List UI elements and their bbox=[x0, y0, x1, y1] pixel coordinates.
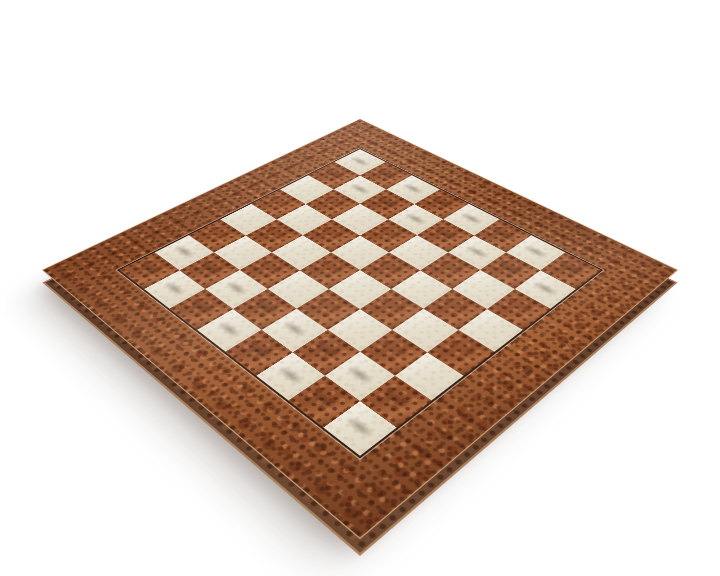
product-photo: ♜♞♝♛♚♝♞♜♟♟♟♟♟♟♟♟♟♟♟♟♟♟♟♟♜♞♝♛♚♝♞♜ bbox=[0, 0, 720, 576]
board-squares: ♜♞♝♛♚♝♞♜♟♟♟♟♟♟♟♟♟♟♟♟♟♟♟♟♜♞♝♛♚♝♞♜ bbox=[117, 148, 603, 458]
piece-glyph: ♟ bbox=[527, 226, 565, 291]
piece-glyph: ♟ bbox=[428, 177, 463, 237]
piece-glyph: ♟ bbox=[459, 192, 495, 253]
square-h1: ♜ bbox=[323, 401, 397, 456]
board-surface: ♜♞♝♛♚♝♞♜♟♟♟♟♟♟♟♟♟♟♟♟♟♟♟♟♜♞♝♛♚♝♞♜ bbox=[42, 119, 678, 539]
chess-board: ♜♞♝♛♚♝♞♜♟♟♟♟♟♟♟♟♟♟♟♟♟♟♟♟♜♞♝♛♚♝♞♜ bbox=[42, 119, 678, 539]
piece-glyph: ♟ bbox=[492, 209, 529, 272]
piece-glyph: ♜ bbox=[329, 326, 391, 431]
